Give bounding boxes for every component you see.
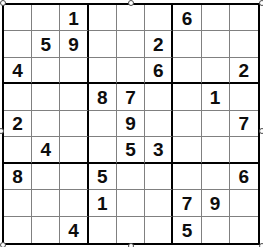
sudoku-cell-r7c1: 8: [4, 164, 32, 190]
sudoku-cell-r9c5: [117, 217, 145, 243]
sudoku-cell-r8c6: [145, 190, 173, 216]
sudoku-cell-r3c6: 6: [145, 58, 173, 84]
sudoku-cell-r6c3: [60, 137, 88, 163]
sudoku-board: 1659246287129745385617945: [2, 3, 260, 245]
sudoku-cell-r9c9: [230, 217, 258, 243]
sudoku-cell-r1c5: [117, 5, 145, 31]
selection-handle-bottom-left[interactable]: [0, 242, 6, 247]
sudoku-cell-r2c6: 2: [145, 31, 173, 57]
sudoku-cell-r2c2: 5: [32, 31, 60, 57]
sudoku-cell-r5c6: [145, 111, 173, 137]
sudoku-cell-r3c4: [89, 58, 117, 84]
selection-handle-bottom-center[interactable]: [128, 243, 134, 247]
sudoku-cell-r9c3: 4: [60, 217, 88, 243]
sudoku-cell-r4c1: [4, 84, 32, 110]
selected-sudoku-image[interactable]: 1659246287129745385617945: [0, 0, 263, 247]
sudoku-cell-r4c8: 1: [202, 84, 230, 110]
sudoku-cell-r2c3: 9: [60, 31, 88, 57]
sudoku-cell-r1c4: [89, 5, 117, 31]
sudoku-cell-r4c9: [230, 84, 258, 110]
sudoku-cell-r1c7: 6: [173, 5, 201, 31]
sudoku-cell-r6c7: [173, 137, 201, 163]
sudoku-cell-r9c6: [145, 217, 173, 243]
sudoku-cell-r2c4: [89, 31, 117, 57]
sudoku-cell-r1c1: [4, 5, 32, 31]
sudoku-cell-r8c3: [60, 190, 88, 216]
sudoku-cell-r2c1: [4, 31, 32, 57]
sudoku-cell-r6c2: 4: [32, 137, 60, 163]
sudoku-cell-r9c1: [4, 217, 32, 243]
sudoku-cell-r8c7: 7: [173, 190, 201, 216]
sudoku-cell-r4c6: [145, 84, 173, 110]
sudoku-cell-r5c2: [32, 111, 60, 137]
selection-handle-top-center[interactable]: [128, 0, 134, 6]
sudoku-cell-r9c8: [202, 217, 230, 243]
sudoku-cell-r4c4: 8: [89, 84, 117, 110]
sudoku-cell-r3c3: [60, 58, 88, 84]
sudoku-cell-r1c6: [145, 5, 173, 31]
sudoku-cell-r3c8: [202, 58, 230, 84]
sudoku-cell-r5c5: 9: [117, 111, 145, 137]
sudoku-cell-r2c5: [117, 31, 145, 57]
sudoku-cell-r4c7: [173, 84, 201, 110]
sudoku-cell-r7c6: [145, 164, 173, 190]
sudoku-cell-r7c4: 5: [89, 164, 117, 190]
sudoku-cell-r4c5: 7: [117, 84, 145, 110]
sudoku-cell-r2c8: [202, 31, 230, 57]
sudoku-cell-r8c8: 9: [202, 190, 230, 216]
sudoku-cell-r5c8: [202, 111, 230, 137]
sudoku-cell-r5c1: 2: [4, 111, 32, 137]
sudoku-cell-r3c1: 4: [4, 58, 32, 84]
sudoku-cell-r6c5: 5: [117, 137, 145, 163]
sudoku-cell-r8c9: [230, 190, 258, 216]
sudoku-cell-r4c3: [60, 84, 88, 110]
sudoku-cell-r8c4: 1: [89, 190, 117, 216]
sudoku-cell-r6c8: [202, 137, 230, 163]
sudoku-cell-r6c9: [230, 137, 258, 163]
sudoku-cell-r5c7: [173, 111, 201, 137]
sudoku-cell-r6c6: 3: [145, 137, 173, 163]
sudoku-cell-r3c9: 2: [230, 58, 258, 84]
sudoku-cell-r4c2: [32, 84, 60, 110]
sudoku-cell-r1c8: [202, 5, 230, 31]
sudoku-cell-r3c7: [173, 58, 201, 84]
sudoku-cell-r1c2: [32, 5, 60, 31]
sudoku-cell-r8c2: [32, 190, 60, 216]
sudoku-cell-r2c7: [173, 31, 201, 57]
sudoku-cell-r5c3: [60, 111, 88, 137]
sudoku-cell-r8c1: [4, 190, 32, 216]
sudoku-cell-r9c4: [89, 217, 117, 243]
sudoku-cell-r7c3: [60, 164, 88, 190]
sudoku-cell-r7c9: 6: [230, 164, 258, 190]
sudoku-cell-r9c7: 5: [173, 217, 201, 243]
sudoku-cell-r8c5: [117, 190, 145, 216]
sudoku-cell-r5c9: 7: [230, 111, 258, 137]
sudoku-cell-r6c1: [4, 137, 32, 163]
sudoku-cell-r9c2: [32, 217, 60, 243]
sudoku-cell-r3c2: [32, 58, 60, 84]
sudoku-cell-r7c7: [173, 164, 201, 190]
sudoku-cell-r7c2: [32, 164, 60, 190]
sudoku-cell-r7c8: [202, 164, 230, 190]
sudoku-cell-r7c5: [117, 164, 145, 190]
selection-handle-top-left[interactable]: [0, 0, 6, 6]
sudoku-cell-r1c3: 1: [60, 5, 88, 31]
sudoku-cell-r6c4: [89, 137, 117, 163]
selection-handle-middle-right[interactable]: [259, 128, 263, 134]
sudoku-cell-r3c5: [117, 58, 145, 84]
sudoku-cell-r5c4: [89, 111, 117, 137]
selection-handle-bottom-right[interactable]: [259, 243, 263, 247]
sudoku-cell-r1c9: [230, 5, 258, 31]
sudoku-cell-r2c9: [230, 31, 258, 57]
selection-handle-top-right[interactable]: [259, 0, 263, 6]
